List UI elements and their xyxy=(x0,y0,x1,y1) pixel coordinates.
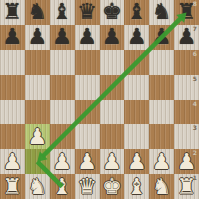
square-f6[interactable] xyxy=(124,50,149,75)
black-bishop[interactable]: ♝ xyxy=(127,1,147,23)
chess-board: ♜♞♝♛♚♝♞♜8♟♟♟♟♟♟♟♟7654♟3♟♟♟♟♟♟♟2♜♞♝♛♚♝♞♜1 xyxy=(0,0,199,199)
black-pawn[interactable]: ♟ xyxy=(52,26,72,48)
black-pawn[interactable]: ♟ xyxy=(152,26,172,48)
square-c2[interactable]: ♟ xyxy=(50,149,75,174)
black-bishop[interactable]: ♝ xyxy=(52,1,72,23)
square-h6[interactable]: 6 xyxy=(174,50,199,75)
white-bishop[interactable]: ♝ xyxy=(52,176,72,198)
square-e3[interactable] xyxy=(100,124,125,149)
square-e4[interactable] xyxy=(100,100,125,125)
white-knight[interactable]: ♞ xyxy=(27,176,47,198)
rank-label-3: 3 xyxy=(193,125,197,131)
rank-label-8: 8 xyxy=(193,1,197,7)
black-pawn[interactable]: ♟ xyxy=(27,26,47,48)
black-pawn[interactable]: ♟ xyxy=(3,26,23,48)
square-h2[interactable]: ♟2 xyxy=(174,149,199,174)
white-queen[interactable]: ♛ xyxy=(77,176,97,198)
chess-app-screen: ♜♞♝♛♚♝♞♜8♟♟♟♟♟♟♟♟7654♟3♟♟♟♟♟♟♟2♜♞♝♛♚♝♞♜1 xyxy=(0,0,199,199)
white-pawn[interactable]: ♟ xyxy=(152,151,172,173)
square-d6[interactable] xyxy=(75,50,100,75)
black-pawn[interactable]: ♟ xyxy=(77,26,97,48)
square-f4[interactable] xyxy=(124,100,149,125)
rank-label-1: 1 xyxy=(193,175,197,181)
square-h7[interactable]: ♟7 xyxy=(174,25,199,50)
square-g6[interactable] xyxy=(149,50,174,75)
square-a7[interactable]: ♟ xyxy=(0,25,25,50)
square-b4[interactable] xyxy=(25,100,50,125)
white-bishop[interactable]: ♝ xyxy=(127,176,147,198)
square-b8[interactable]: ♞ xyxy=(25,0,50,25)
square-d5[interactable] xyxy=(75,75,100,100)
square-g5[interactable] xyxy=(149,75,174,100)
square-f3[interactable] xyxy=(124,124,149,149)
square-h1[interactable]: ♜1 xyxy=(174,174,199,199)
square-g3[interactable] xyxy=(149,124,174,149)
square-e7[interactable]: ♟ xyxy=(100,25,125,50)
square-a5[interactable] xyxy=(0,75,25,100)
square-h8[interactable]: ♜8 xyxy=(174,0,199,25)
white-pawn[interactable]: ♟ xyxy=(27,126,47,148)
square-b6[interactable] xyxy=(25,50,50,75)
square-h5[interactable]: 5 xyxy=(174,75,199,100)
square-a4[interactable] xyxy=(0,100,25,125)
white-pawn[interactable]: ♟ xyxy=(77,151,97,173)
square-b1[interactable]: ♞ xyxy=(25,174,50,199)
square-g4[interactable] xyxy=(149,100,174,125)
black-pawn[interactable]: ♟ xyxy=(127,26,147,48)
square-b5[interactable] xyxy=(25,75,50,100)
square-b2[interactable] xyxy=(25,149,50,174)
rank-label-7: 7 xyxy=(193,26,197,32)
square-e5[interactable] xyxy=(100,75,125,100)
white-rook[interactable]: ♜ xyxy=(3,176,23,198)
square-a2[interactable]: ♟ xyxy=(0,149,25,174)
square-c5[interactable] xyxy=(50,75,75,100)
square-h3[interactable]: 3 xyxy=(174,124,199,149)
square-e1[interactable]: ♚ xyxy=(100,174,125,199)
square-c1[interactable]: ♝ xyxy=(50,174,75,199)
square-f1[interactable]: ♝ xyxy=(124,174,149,199)
square-d3[interactable] xyxy=(75,124,100,149)
rank-label-2: 2 xyxy=(193,150,197,156)
square-e8[interactable]: ♚ xyxy=(100,0,125,25)
black-king[interactable]: ♚ xyxy=(102,1,122,23)
square-a6[interactable] xyxy=(0,50,25,75)
black-knight[interactable]: ♞ xyxy=(152,1,172,23)
square-d7[interactable]: ♟ xyxy=(75,25,100,50)
square-c3[interactable] xyxy=(50,124,75,149)
square-c7[interactable]: ♟ xyxy=(50,25,75,50)
square-b7[interactable]: ♟ xyxy=(25,25,50,50)
black-rook[interactable]: ♜ xyxy=(3,1,23,23)
rank-label-6: 6 xyxy=(193,51,197,57)
white-pawn[interactable]: ♟ xyxy=(127,151,147,173)
white-pawn[interactable]: ♟ xyxy=(102,151,122,173)
square-a3[interactable] xyxy=(0,124,25,149)
square-f5[interactable] xyxy=(124,75,149,100)
square-g1[interactable]: ♞ xyxy=(149,174,174,199)
square-e2[interactable]: ♟ xyxy=(100,149,125,174)
rank-label-4: 4 xyxy=(193,101,197,107)
rank-label-5: 5 xyxy=(193,76,197,82)
square-c6[interactable] xyxy=(50,50,75,75)
square-e6[interactable] xyxy=(100,50,125,75)
square-d4[interactable] xyxy=(75,100,100,125)
square-g2[interactable]: ♟ xyxy=(149,149,174,174)
white-pawn[interactable]: ♟ xyxy=(3,151,23,173)
black-queen[interactable]: ♛ xyxy=(77,1,97,23)
black-knight[interactable]: ♞ xyxy=(27,1,47,23)
white-pawn[interactable]: ♟ xyxy=(52,151,72,173)
square-f7[interactable]: ♟ xyxy=(124,25,149,50)
square-h4[interactable]: 4 xyxy=(174,100,199,125)
square-a8[interactable]: ♜ xyxy=(0,0,25,25)
square-a1[interactable]: ♜ xyxy=(0,174,25,199)
square-d8[interactable]: ♛ xyxy=(75,0,100,25)
square-g8[interactable]: ♞ xyxy=(149,0,174,25)
square-b3[interactable]: ♟ xyxy=(25,124,50,149)
white-knight[interactable]: ♞ xyxy=(152,176,172,198)
square-f2[interactable]: ♟ xyxy=(124,149,149,174)
white-king[interactable]: ♚ xyxy=(102,176,122,198)
black-pawn[interactable]: ♟ xyxy=(102,26,122,48)
square-c8[interactable]: ♝ xyxy=(50,0,75,25)
square-f8[interactable]: ♝ xyxy=(124,0,149,25)
square-d2[interactable]: ♟ xyxy=(75,149,100,174)
square-c4[interactable] xyxy=(50,100,75,125)
square-g7[interactable]: ♟ xyxy=(149,25,174,50)
square-d1[interactable]: ♛ xyxy=(75,174,100,199)
